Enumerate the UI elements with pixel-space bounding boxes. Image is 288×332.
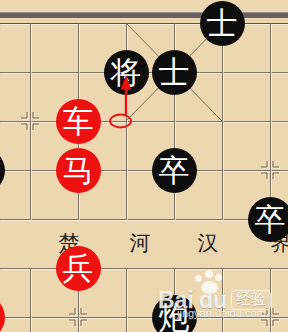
xiangqi-board-screenshot: 士将士车马卒卒兵炮 楚河汉界 Bai du 经验 jingyan.baidu.c… [0, 0, 288, 332]
move-annotation [0, 0, 288, 332]
